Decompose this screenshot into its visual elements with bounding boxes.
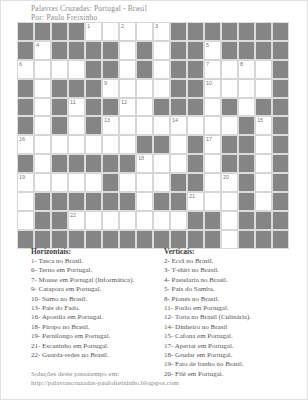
open-cell-r3c15	[255, 60, 272, 79]
block-cell-r11c2	[34, 211, 51, 230]
open-cell-r8c12	[204, 154, 221, 173]
block-cell-r4c10	[170, 79, 187, 98]
cell-number-14: 14	[172, 117, 178, 123]
block-cell-r11c3	[51, 211, 68, 230]
cell-number-22: 22	[70, 212, 76, 218]
cell-number-5: 5	[206, 42, 209, 48]
block-cell-r9c16	[272, 173, 289, 192]
clue-down-20: 20- Filé em Portugal.	[164, 370, 297, 379]
open-cell-r6c2	[34, 116, 51, 135]
block-cell-r8c11	[187, 154, 204, 173]
crossword-page: Palavras Cruzadas: Portugal - Brasil Por…	[0, 0, 308, 400]
open-cell-r1c8	[136, 22, 153, 41]
open-cell-r7c2	[34, 135, 51, 154]
open-cell-r10c12	[204, 192, 221, 211]
block-cell-r6c3	[51, 116, 68, 135]
open-cell-r3c4	[68, 60, 85, 79]
block-cell-r7c13	[221, 135, 238, 154]
open-cell-r10c15	[255, 192, 272, 211]
open-cell-r6c6: 13	[102, 116, 119, 135]
block-cell-r8c7	[119, 154, 136, 173]
open-cell-r12c13	[221, 230, 238, 249]
block-cell-r1c14	[238, 22, 255, 41]
block-cell-r10c5	[85, 192, 102, 211]
open-cell-r5c4: 11	[68, 98, 85, 117]
clue-down-12: 12- Torta no Brasil (Culinária).	[164, 313, 297, 322]
block-cell-r8c6	[102, 154, 119, 173]
block-cell-r1c15	[255, 22, 272, 41]
open-cell-r11c7	[119, 211, 136, 230]
open-cell-r6c12	[204, 116, 221, 135]
block-cell-r3c16	[272, 60, 289, 79]
open-cell-r11c6	[102, 211, 119, 230]
cell-number-8: 8	[240, 61, 243, 67]
open-cell-r6c11	[187, 116, 204, 135]
block-cell-r12c4	[68, 230, 85, 249]
open-cell-r6c13	[221, 116, 238, 135]
cell-number-9: 9	[104, 80, 107, 86]
clue-down-5: 5- País do Samba.	[164, 285, 297, 294]
open-cell-r10c8	[136, 192, 153, 211]
open-cell-r1c7: 2	[119, 22, 136, 41]
open-cell-r7c4	[68, 135, 85, 154]
open-cell-r4c2	[34, 79, 51, 98]
open-cell-r6c7	[119, 116, 136, 135]
open-cell-r7c7	[119, 135, 136, 154]
block-cell-r10c9	[153, 192, 170, 211]
block-cell-r3c11	[187, 60, 204, 79]
block-cell-r9c14	[238, 173, 255, 192]
clue-down-19: 19- Fato de banho no Brasil.	[164, 360, 297, 369]
block-cell-r5c3	[51, 98, 68, 117]
block-cell-r2c14	[238, 41, 255, 60]
block-cell-r2c1	[17, 41, 34, 60]
block-cell-r2c16	[272, 41, 289, 60]
open-cell-r4c7	[119, 79, 136, 98]
cell-number-2: 2	[121, 23, 124, 29]
open-cell-r9c1: 19	[17, 173, 34, 192]
cell-number-12: 12	[121, 99, 127, 105]
block-cell-r11c16	[272, 211, 289, 230]
clue-across-6: 6- Terno em Portugal.	[31, 266, 164, 275]
open-cell-r4c9	[153, 79, 170, 98]
block-cell-r2c8	[136, 41, 153, 60]
cell-number-6: 6	[19, 61, 22, 67]
clue-across-22: 22- Guarda-redes no Brasil.	[31, 351, 164, 360]
block-cell-r4c4	[68, 79, 85, 98]
block-cell-r3c5	[85, 60, 102, 79]
block-cell-r2c3	[51, 41, 68, 60]
open-cell-r10c11: 21	[187, 192, 204, 211]
open-cell-r7c6	[102, 135, 119, 154]
clue-down-11: 11- Porão em Portugal.	[164, 304, 297, 313]
block-cell-r7c11	[187, 135, 204, 154]
block-cell-r8c5	[85, 154, 102, 173]
block-cell-r12c14	[238, 230, 255, 249]
open-cell-r2c12: 5	[204, 41, 221, 60]
open-cell-r8c15	[255, 154, 272, 173]
block-cell-r11c14	[238, 211, 255, 230]
open-cell-r1c9: 3	[153, 22, 170, 41]
clue-across-21: 21- Escaninho em Portugal.	[31, 342, 164, 351]
down-header: Verticais:	[164, 247, 297, 256]
open-cell-r11c4: 22	[68, 211, 85, 230]
block-cell-r8c1	[17, 154, 34, 173]
block-cell-r2c5	[85, 41, 102, 60]
open-cell-r7c5	[85, 135, 102, 154]
open-cell-r11c9	[153, 211, 170, 230]
block-cell-r1c1	[17, 22, 34, 41]
open-cell-r5c7: 12	[119, 98, 136, 117]
cell-number-16: 16	[19, 136, 25, 142]
block-cell-r12c7	[119, 230, 136, 249]
block-cell-r6c5	[85, 116, 102, 135]
block-cell-r3c8	[136, 60, 153, 79]
clue-down-17: 17- Apertar em Portugal.	[164, 342, 297, 351]
open-cell-r3c9	[153, 60, 170, 79]
block-cell-r5c10	[170, 98, 187, 117]
block-cell-r12c10	[170, 230, 187, 249]
open-cell-r9c8	[136, 173, 153, 192]
open-cell-r1c6	[102, 22, 119, 41]
block-cell-r6c1	[17, 116, 34, 135]
clue-down-15: 15- Cafona em Portugal.	[164, 332, 297, 341]
block-cell-r8c13	[221, 154, 238, 173]
open-cell-r6c15: 15	[255, 116, 272, 135]
open-cell-r9c3	[51, 173, 68, 192]
clue-across-19: 19- Pernilongo em Portugal.	[31, 332, 164, 341]
open-cell-r4c8	[136, 79, 153, 98]
open-cell-r4c15	[255, 79, 272, 98]
page-title: Palavras Cruzadas: Portugal - Brasil	[31, 4, 147, 13]
clue-down-8: 8- Pionés no Brasil.	[164, 295, 297, 304]
block-cell-r4c11	[187, 79, 204, 98]
across-list: 1- Tasca no Brasil.6- Terno em Portugal.…	[31, 257, 164, 360]
block-cell-r12c9	[153, 230, 170, 249]
block-cell-r4c16	[272, 79, 289, 98]
cell-number-15: 15	[257, 117, 263, 123]
block-cell-r7c9	[153, 135, 170, 154]
block-cell-r7c8	[136, 135, 153, 154]
block-cell-r9c11	[187, 173, 204, 192]
block-cell-r4c5	[85, 79, 102, 98]
open-cell-r9c4	[68, 173, 85, 192]
open-cell-r6c10: 14	[170, 116, 187, 135]
cell-number-20: 20	[223, 174, 229, 180]
open-cell-r8c2	[34, 154, 51, 173]
open-cell-r3c13	[221, 60, 238, 79]
block-cell-r12c16	[272, 230, 289, 249]
open-cell-r10c13	[221, 192, 238, 211]
open-cell-r2c7	[119, 41, 136, 60]
block-cell-r1c4	[68, 22, 85, 41]
open-cell-r7c1: 16	[17, 135, 34, 154]
block-cell-r4c3	[51, 79, 68, 98]
block-cell-r5c9	[153, 98, 170, 117]
block-cell-r1c2	[34, 22, 51, 41]
across-header: Horizontais:	[31, 247, 164, 256]
block-cell-r11c11	[187, 211, 204, 230]
block-cell-r5c6	[102, 98, 119, 117]
cell-number-11: 11	[70, 99, 76, 105]
block-cell-r8c14	[238, 154, 255, 173]
block-cell-r2c11	[187, 41, 204, 60]
block-cell-r9c6	[102, 173, 119, 192]
block-cell-r5c11	[187, 98, 204, 117]
open-cell-r5c12	[204, 98, 221, 117]
solutions-note-line2: http://palavrascruzadas-paulofreixinho.b…	[31, 379, 179, 388]
cell-number-18: 18	[138, 155, 144, 161]
open-cell-r11c10	[170, 211, 187, 230]
block-cell-r2c4	[68, 41, 85, 60]
open-cell-r8c10	[170, 154, 187, 173]
open-cell-r5c8	[136, 98, 153, 117]
block-cell-r12c15	[255, 230, 272, 249]
clue-across-7: 7- Mouse em Portugal (Informática).	[31, 276, 164, 285]
across-clues: Horizontais: 1- Tasca no Brasil.6- Terno…	[31, 247, 164, 379]
open-cell-r2c2: 4	[34, 41, 51, 60]
open-cell-r9c15	[255, 173, 272, 192]
block-cell-r5c16	[272, 98, 289, 117]
open-cell-r9c2	[34, 173, 51, 192]
block-cell-r9c10	[170, 173, 187, 192]
open-cell-r6c4	[68, 116, 85, 135]
clue-across-13: 13- País do Fado.	[31, 304, 164, 313]
block-cell-r10c14	[238, 192, 255, 211]
open-cell-r3c3	[51, 60, 68, 79]
clue-across-1: 1- Tasca no Brasil.	[31, 257, 164, 266]
open-cell-r9c13: 20	[221, 173, 238, 192]
cell-number-7: 7	[206, 61, 209, 67]
clue-down-4: 4- Pastelaria no Brasil.	[164, 276, 297, 285]
cell-number-1: 1	[87, 23, 90, 29]
block-cell-r1c10	[170, 22, 187, 41]
block-cell-r1c3	[51, 22, 68, 41]
open-cell-r9c12	[204, 173, 221, 192]
down-list: 2- Ecrã no Brasil.3- T-shirt no Brasil.4…	[164, 257, 297, 379]
block-cell-r12c8	[136, 230, 153, 249]
block-cell-r5c5	[85, 98, 102, 117]
clue-lists: Horizontais: 1- Tasca no Brasil.6- Terno…	[31, 247, 303, 379]
open-cell-r7c12: 17	[204, 135, 221, 154]
open-cell-r4c12: 10	[204, 79, 221, 98]
solutions-note: Soluções deste passatempo em: http://pal…	[31, 370, 179, 388]
block-cell-r6c14	[238, 116, 255, 135]
open-cell-r4c6: 9	[102, 79, 119, 98]
block-cell-r10c16	[272, 192, 289, 211]
block-cell-r12c3	[51, 230, 68, 249]
open-cell-r5c14	[238, 98, 255, 117]
block-cell-r12c2	[34, 230, 51, 249]
block-cell-r1c16	[272, 22, 289, 41]
open-cell-r9c5	[85, 173, 102, 192]
block-cell-r12c1	[17, 230, 34, 249]
block-cell-r12c12	[204, 230, 221, 249]
clue-across-9: 9- Catapora em Portugal.	[31, 285, 164, 294]
block-cell-r10c10	[170, 192, 187, 211]
clue-down-14: 14- Dinheiro no Brasil	[164, 323, 297, 332]
open-cell-r11c1	[17, 211, 34, 230]
clue-across-16: 16- Apostila em Portugal.	[31, 313, 164, 322]
open-cell-r5c2	[34, 98, 51, 117]
open-cell-r10c1	[17, 192, 34, 211]
block-cell-r12c11	[187, 230, 204, 249]
open-cell-r7c10	[170, 135, 187, 154]
open-cell-r8c8: 18	[136, 154, 153, 173]
clue-down-18: 18- Grudar em Portugal.	[164, 351, 297, 360]
open-cell-r11c5	[85, 211, 102, 230]
block-cell-r10c7	[119, 192, 136, 211]
block-cell-r10c4	[68, 192, 85, 211]
open-cell-r1c5: 1	[85, 22, 102, 41]
block-cell-r10c3	[51, 192, 68, 211]
block-cell-r5c13	[221, 98, 238, 117]
block-cell-r6c16	[272, 116, 289, 135]
clue-down-2: 2- Ecrã no Brasil.	[164, 257, 297, 266]
block-cell-r7c16	[272, 135, 289, 154]
block-cell-r11c15	[255, 211, 272, 230]
open-cell-r2c9	[153, 41, 170, 60]
open-cell-r3c2	[34, 60, 51, 79]
block-cell-r5c1	[17, 98, 34, 117]
block-cell-r8c4	[68, 154, 85, 173]
cell-number-17: 17	[206, 136, 212, 142]
open-cell-r3c7	[119, 60, 136, 79]
open-cell-r11c8	[136, 211, 153, 230]
block-cell-r10c6	[102, 192, 119, 211]
block-cell-r8c3	[51, 154, 68, 173]
open-cell-r4c13	[221, 79, 238, 98]
cell-number-21: 21	[189, 193, 195, 199]
open-cell-r9c9	[153, 173, 170, 192]
open-cell-r11c13	[221, 211, 238, 230]
crossword-grid: 12345678910111213141516171819202122	[17, 22, 289, 249]
block-cell-r11c12	[204, 211, 221, 230]
block-cell-r2c10	[170, 41, 187, 60]
open-cell-r3c1: 6	[17, 60, 34, 79]
block-cell-r8c16	[272, 154, 289, 173]
open-cell-r6c8	[136, 116, 153, 135]
block-cell-r1c12	[204, 22, 221, 41]
cell-number-19: 19	[19, 174, 25, 180]
open-cell-r6c9	[153, 116, 170, 135]
block-cell-r2c15	[255, 41, 272, 60]
block-cell-r12c6	[102, 230, 119, 249]
clue-across-10: 10- Sumo no Brasil.	[31, 295, 164, 304]
block-cell-r2c6	[102, 41, 119, 60]
block-cell-r7c14	[238, 135, 255, 154]
open-cell-r4c14	[238, 79, 255, 98]
clue-down-3: 3- T-shirt no Brasil.	[164, 266, 297, 275]
block-cell-r10c2	[34, 192, 51, 211]
block-cell-r12c5	[85, 230, 102, 249]
block-cell-r5c15	[255, 98, 272, 117]
block-cell-r1c11	[187, 22, 204, 41]
down-clues: Verticais: 2- Ecrã no Brasil.3- T-shirt …	[164, 247, 297, 379]
solutions-note-line1: Soluções deste passatempo em:	[31, 370, 179, 379]
cell-number-4: 4	[36, 42, 39, 48]
cell-number-3: 3	[155, 23, 158, 29]
block-cell-r4c1	[17, 79, 34, 98]
clue-across-18: 18- Piropo no Brasil.	[31, 323, 164, 332]
open-cell-r8c9	[153, 154, 170, 173]
block-cell-r1c13	[221, 22, 238, 41]
open-cell-r3c12: 7	[204, 60, 221, 79]
block-cell-r2c13	[221, 41, 238, 60]
open-cell-r9c7	[119, 173, 136, 192]
open-cell-r7c15	[255, 135, 272, 154]
cell-number-13: 13	[104, 117, 110, 123]
cell-number-10: 10	[206, 80, 212, 86]
block-cell-r3c6	[102, 60, 119, 79]
open-cell-r7c3	[51, 135, 68, 154]
block-cell-r3c10	[170, 60, 187, 79]
author-byline: Por: Paulo Freixinho	[31, 13, 98, 22]
open-cell-r3c14: 8	[238, 60, 255, 79]
